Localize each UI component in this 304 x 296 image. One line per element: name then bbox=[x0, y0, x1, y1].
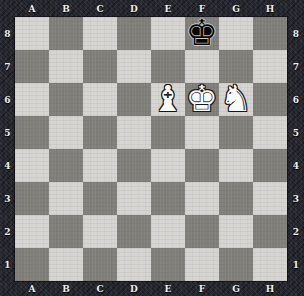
file-label-e: E bbox=[151, 1, 185, 16]
rank-label-2: 2 bbox=[288, 215, 304, 248]
rank-label-6: 6 bbox=[288, 83, 304, 116]
file-label-g: G bbox=[219, 281, 253, 296]
square-a3[interactable] bbox=[15, 182, 49, 215]
square-f3[interactable] bbox=[185, 182, 219, 215]
square-g4[interactable] bbox=[219, 149, 253, 182]
square-g5[interactable] bbox=[219, 116, 253, 149]
square-a6[interactable] bbox=[15, 83, 49, 116]
rank-label-8: 8 bbox=[0, 17, 15, 50]
rank-label-7: 7 bbox=[0, 50, 15, 83]
square-h4[interactable] bbox=[253, 149, 287, 182]
square-d8[interactable] bbox=[117, 17, 151, 50]
rank-label-5: 5 bbox=[288, 116, 304, 149]
square-e8[interactable] bbox=[151, 17, 185, 50]
rank-label-5: 5 bbox=[0, 116, 15, 149]
square-e3[interactable] bbox=[151, 182, 185, 215]
square-b8[interactable] bbox=[49, 17, 83, 50]
square-f5[interactable] bbox=[185, 116, 219, 149]
square-a7[interactable] bbox=[15, 50, 49, 83]
square-e1[interactable] bbox=[151, 248, 185, 281]
square-c3[interactable] bbox=[83, 182, 117, 215]
square-h1[interactable] bbox=[253, 248, 287, 281]
square-c8[interactable] bbox=[83, 17, 117, 50]
square-f4[interactable] bbox=[185, 149, 219, 182]
square-g3[interactable] bbox=[219, 182, 253, 215]
file-label-h: H bbox=[253, 1, 287, 16]
rank-label-3: 3 bbox=[288, 182, 304, 215]
square-d7[interactable] bbox=[117, 50, 151, 83]
square-h6[interactable] bbox=[253, 83, 287, 116]
piece-white-king[interactable]: ♚ bbox=[186, 81, 218, 117]
square-d1[interactable] bbox=[117, 248, 151, 281]
piece-black-king[interactable]: ♚ bbox=[186, 15, 218, 51]
file-label-g: G bbox=[219, 1, 253, 16]
rank-labels-right: 87654321 bbox=[288, 17, 304, 281]
square-h2[interactable] bbox=[253, 215, 287, 248]
square-b4[interactable] bbox=[49, 149, 83, 182]
square-c1[interactable] bbox=[83, 248, 117, 281]
rank-label-8: 8 bbox=[288, 17, 304, 50]
rank-labels-left: 87654321 bbox=[0, 17, 15, 281]
file-label-d: D bbox=[117, 1, 151, 16]
square-e2[interactable] bbox=[151, 215, 185, 248]
square-f8[interactable]: ♚ bbox=[185, 17, 219, 50]
square-d6[interactable] bbox=[117, 83, 151, 116]
file-label-d: D bbox=[117, 281, 151, 296]
square-d3[interactable] bbox=[117, 182, 151, 215]
square-h8[interactable] bbox=[253, 17, 287, 50]
square-d5[interactable] bbox=[117, 116, 151, 149]
file-label-c: C bbox=[83, 1, 117, 16]
rank-label-4: 4 bbox=[288, 149, 304, 182]
square-h5[interactable] bbox=[253, 116, 287, 149]
file-label-h: H bbox=[253, 281, 287, 296]
file-labels-bottom: ABCDEFGH bbox=[15, 281, 287, 296]
square-f1[interactable] bbox=[185, 248, 219, 281]
square-f2[interactable] bbox=[185, 215, 219, 248]
square-e4[interactable] bbox=[151, 149, 185, 182]
rank-label-2: 2 bbox=[0, 215, 15, 248]
rank-label-7: 7 bbox=[288, 50, 304, 83]
square-a4[interactable] bbox=[15, 149, 49, 182]
square-b7[interactable] bbox=[49, 50, 83, 83]
square-c4[interactable] bbox=[83, 149, 117, 182]
square-a1[interactable] bbox=[15, 248, 49, 281]
square-b6[interactable] bbox=[49, 83, 83, 116]
square-h7[interactable] bbox=[253, 50, 287, 83]
square-g8[interactable] bbox=[219, 17, 253, 50]
square-f6[interactable]: ♚ bbox=[185, 83, 219, 116]
square-c6[interactable] bbox=[83, 83, 117, 116]
square-c2[interactable] bbox=[83, 215, 117, 248]
rank-label-6: 6 bbox=[0, 83, 15, 116]
chess-diagram: ABCDEFGH ABCDEFGH 87654321 87654321 ♚♝♚♞ bbox=[0, 0, 304, 296]
file-label-a: A bbox=[15, 1, 49, 16]
square-a2[interactable] bbox=[15, 215, 49, 248]
square-a8[interactable] bbox=[15, 17, 49, 50]
square-b5[interactable] bbox=[49, 116, 83, 149]
square-e6[interactable]: ♝ bbox=[151, 83, 185, 116]
chess-board: ♚♝♚♞ bbox=[15, 17, 287, 281]
square-c5[interactable] bbox=[83, 116, 117, 149]
file-labels-top: ABCDEFGH bbox=[15, 1, 287, 16]
file-label-b: B bbox=[49, 1, 83, 16]
square-d4[interactable] bbox=[117, 149, 151, 182]
square-h3[interactable] bbox=[253, 182, 287, 215]
square-g6[interactable]: ♞ bbox=[219, 83, 253, 116]
square-d2[interactable] bbox=[117, 215, 151, 248]
rank-label-4: 4 bbox=[0, 149, 15, 182]
square-a5[interactable] bbox=[15, 116, 49, 149]
square-g2[interactable] bbox=[219, 215, 253, 248]
piece-white-bishop[interactable]: ♝ bbox=[152, 81, 184, 117]
rank-label-3: 3 bbox=[0, 182, 15, 215]
rank-label-1: 1 bbox=[288, 248, 304, 281]
file-label-f: F bbox=[185, 281, 219, 296]
square-c7[interactable] bbox=[83, 50, 117, 83]
rank-label-1: 1 bbox=[0, 248, 15, 281]
file-label-b: B bbox=[49, 281, 83, 296]
square-b3[interactable] bbox=[49, 182, 83, 215]
file-label-e: E bbox=[151, 281, 185, 296]
piece-white-knight[interactable]: ♞ bbox=[220, 81, 252, 117]
square-b2[interactable] bbox=[49, 215, 83, 248]
square-e5[interactable] bbox=[151, 116, 185, 149]
square-b1[interactable] bbox=[49, 248, 83, 281]
square-g1[interactable] bbox=[219, 248, 253, 281]
file-label-c: C bbox=[83, 281, 117, 296]
file-label-a: A bbox=[15, 281, 49, 296]
